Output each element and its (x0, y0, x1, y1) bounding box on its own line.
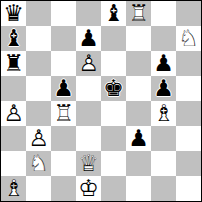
square-f5[interactable] (126, 76, 151, 101)
square-h1[interactable] (176, 176, 201, 201)
black-piece-glyph: ♝ (101, 1, 126, 26)
square-g7[interactable] (151, 26, 176, 51)
black-piece-glyph: ♟ (126, 126, 151, 151)
black-piece-glyph: ♝ (1, 26, 26, 51)
chess-board: ♛♝♜♖♝♟♞♘♜♟♙♟♟♚♟♟♙♜♖♝♗♟♙♟♞♘♛♕♝♗♚♔ (0, 0, 202, 202)
piece-white-rook-icon: ♜♖ (126, 1, 151, 26)
piece-white-pawn-icon: ♟♙ (1, 101, 26, 126)
square-h5[interactable] (176, 76, 201, 101)
black-piece-glyph: ♟ (151, 76, 176, 101)
square-d7[interactable]: ♟ (76, 26, 101, 51)
square-d1[interactable]: ♚♔ (76, 176, 101, 201)
square-d5[interactable] (76, 76, 101, 101)
piece-black-pawn-icon: ♟ (151, 51, 176, 76)
white-piece-outline: ♙ (1, 101, 26, 126)
square-b5[interactable] (26, 76, 51, 101)
square-a8[interactable]: ♛ (1, 1, 26, 26)
white-piece-outline: ♖ (51, 101, 76, 126)
piece-white-knight-icon: ♞♘ (176, 26, 201, 51)
square-a1[interactable]: ♝♗ (1, 176, 26, 201)
square-f8[interactable]: ♜♖ (126, 1, 151, 26)
square-d8[interactable] (76, 1, 101, 26)
square-a5[interactable] (1, 76, 26, 101)
square-g3[interactable] (151, 126, 176, 151)
black-piece-glyph: ♛ (1, 1, 26, 26)
square-f3[interactable]: ♟ (126, 126, 151, 151)
square-d4[interactable] (76, 101, 101, 126)
piece-black-pawn-icon: ♟ (51, 76, 76, 101)
piece-black-bishop-icon: ♝ (101, 1, 126, 26)
square-c2[interactable] (51, 151, 76, 176)
white-piece-outline: ♗ (1, 176, 26, 201)
black-piece-glyph: ♚ (101, 76, 126, 101)
piece-white-pawn-icon: ♟♙ (26, 126, 51, 151)
square-d6[interactable]: ♟♙ (76, 51, 101, 76)
piece-black-king-icon: ♚ (101, 76, 126, 101)
black-piece-glyph: ♟ (76, 26, 101, 51)
piece-white-rook-icon: ♜♖ (51, 101, 76, 126)
piece-white-pawn-icon: ♟♙ (76, 51, 101, 76)
square-f6[interactable] (126, 51, 151, 76)
square-f7[interactable] (126, 26, 151, 51)
black-piece-glyph: ♜ (1, 51, 26, 76)
white-piece-outline: ♘ (176, 26, 201, 51)
white-piece-outline: ♕ (76, 151, 101, 176)
square-c5[interactable]: ♟ (51, 76, 76, 101)
square-g4[interactable]: ♝♗ (151, 101, 176, 126)
white-piece-outline: ♙ (76, 51, 101, 76)
white-piece-outline: ♙ (26, 126, 51, 151)
piece-black-pawn-icon: ♟ (126, 126, 151, 151)
square-h4[interactable] (176, 101, 201, 126)
white-piece-outline: ♘ (26, 151, 51, 176)
square-d3[interactable] (76, 126, 101, 151)
square-e6[interactable] (101, 51, 126, 76)
piece-black-pawn-icon: ♟ (76, 26, 101, 51)
square-g6[interactable]: ♟ (151, 51, 176, 76)
square-g8[interactable] (151, 1, 176, 26)
piece-white-bishop-icon: ♝♗ (151, 101, 176, 126)
square-h6[interactable] (176, 51, 201, 76)
square-h2[interactable] (176, 151, 201, 176)
square-c1[interactable] (51, 176, 76, 201)
square-g5[interactable]: ♟ (151, 76, 176, 101)
square-e2[interactable] (101, 151, 126, 176)
piece-white-queen-icon: ♛♕ (76, 151, 101, 176)
white-piece-outline: ♗ (151, 101, 176, 126)
piece-black-rook-icon: ♜ (1, 51, 26, 76)
square-h3[interactable] (176, 126, 201, 151)
square-f4[interactable] (126, 101, 151, 126)
square-g2[interactable] (151, 151, 176, 176)
square-h7[interactable]: ♞♘ (176, 26, 201, 51)
square-b8[interactable] (26, 1, 51, 26)
square-e3[interactable] (101, 126, 126, 151)
piece-white-bishop-icon: ♝♗ (1, 176, 26, 201)
square-f1[interactable] (126, 176, 151, 201)
square-a2[interactable] (1, 151, 26, 176)
piece-black-queen-icon: ♛ (1, 1, 26, 26)
square-e7[interactable] (101, 26, 126, 51)
black-piece-glyph: ♟ (151, 51, 176, 76)
square-b7[interactable] (26, 26, 51, 51)
square-f2[interactable] (126, 151, 151, 176)
square-b4[interactable] (26, 101, 51, 126)
square-c4[interactable]: ♜♖ (51, 101, 76, 126)
square-c7[interactable] (51, 26, 76, 51)
piece-black-bishop-icon: ♝ (1, 26, 26, 51)
piece-white-king-icon: ♚♔ (76, 176, 101, 201)
white-piece-outline: ♔ (76, 176, 101, 201)
square-h8[interactable] (176, 1, 201, 26)
square-e5[interactable]: ♚ (101, 76, 126, 101)
square-e8[interactable]: ♝ (101, 1, 126, 26)
white-piece-outline: ♖ (126, 1, 151, 26)
square-e4[interactable] (101, 101, 126, 126)
square-b3[interactable]: ♟♙ (26, 126, 51, 151)
square-a4[interactable]: ♟♙ (1, 101, 26, 126)
black-piece-glyph: ♟ (51, 76, 76, 101)
square-d2[interactable]: ♛♕ (76, 151, 101, 176)
piece-white-knight-icon: ♞♘ (26, 151, 51, 176)
square-c3[interactable] (51, 126, 76, 151)
square-b1[interactable] (26, 176, 51, 201)
square-c8[interactable] (51, 1, 76, 26)
square-b6[interactable] (26, 51, 51, 76)
square-b2[interactable]: ♞♘ (26, 151, 51, 176)
square-e1[interactable] (101, 176, 126, 201)
square-a7[interactable]: ♝ (1, 26, 26, 51)
square-c6[interactable] (51, 51, 76, 76)
piece-black-pawn-icon: ♟ (151, 76, 176, 101)
square-g1[interactable] (151, 176, 176, 201)
square-a6[interactable]: ♜ (1, 51, 26, 76)
square-a3[interactable] (1, 126, 26, 151)
